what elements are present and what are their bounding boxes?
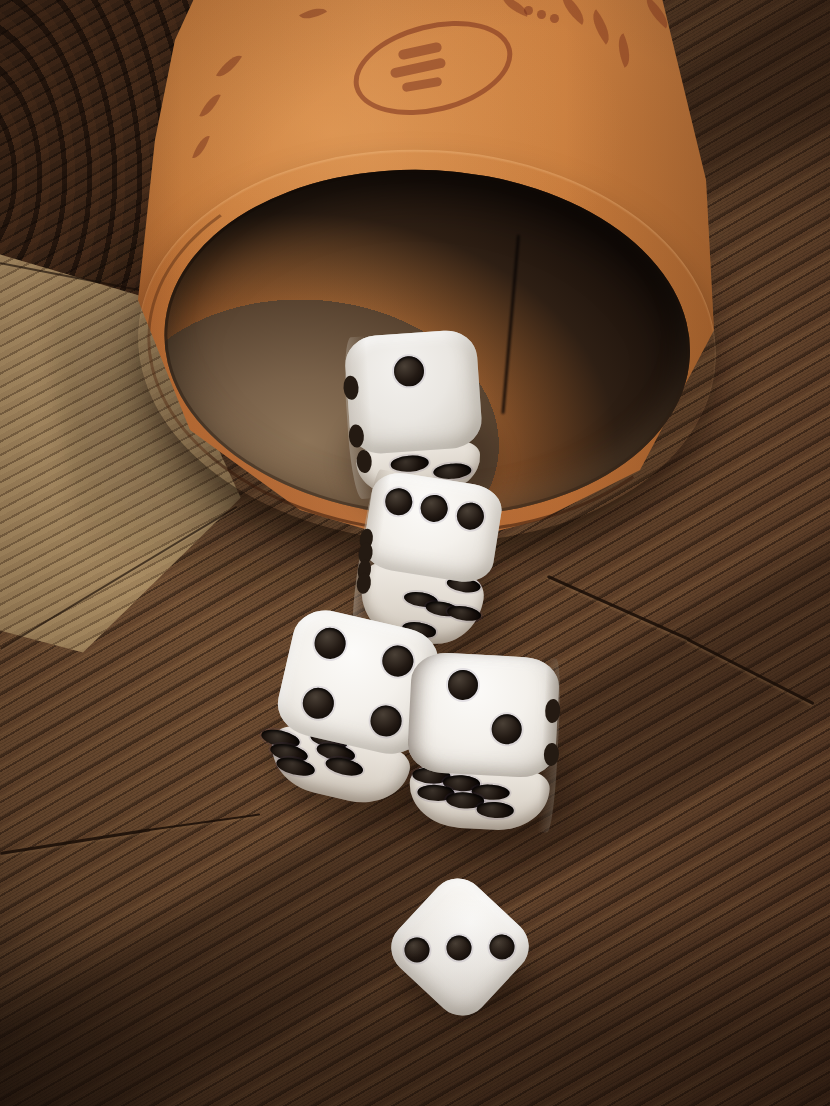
die-top-face — [406, 651, 560, 779]
pip — [312, 625, 349, 662]
pip — [390, 454, 428, 472]
die-top-face — [380, 867, 540, 1027]
dice-layer — [0, 0, 830, 1106]
pip — [356, 449, 373, 473]
photo-dice-roll-scene — [0, 0, 830, 1106]
pip — [446, 604, 482, 623]
pip — [419, 493, 450, 524]
die-pip-layer — [403, 891, 517, 1003]
pip — [367, 703, 404, 740]
pip — [348, 424, 365, 448]
pip — [275, 755, 316, 779]
pip — [300, 684, 337, 721]
die-1-at-cup-mouth — [344, 329, 487, 500]
pip — [433, 462, 471, 480]
die-pip-layer — [406, 651, 560, 779]
pip — [491, 714, 523, 746]
pip — [544, 699, 560, 723]
pip — [404, 938, 429, 963]
pip — [324, 754, 365, 778]
pip — [476, 801, 514, 819]
pip — [343, 375, 360, 399]
pip — [455, 501, 486, 532]
pip — [393, 355, 425, 387]
pip — [490, 935, 515, 960]
pip — [446, 936, 471, 961]
pip — [447, 669, 479, 701]
die-5 — [380, 867, 540, 1027]
die-4 — [404, 651, 561, 833]
